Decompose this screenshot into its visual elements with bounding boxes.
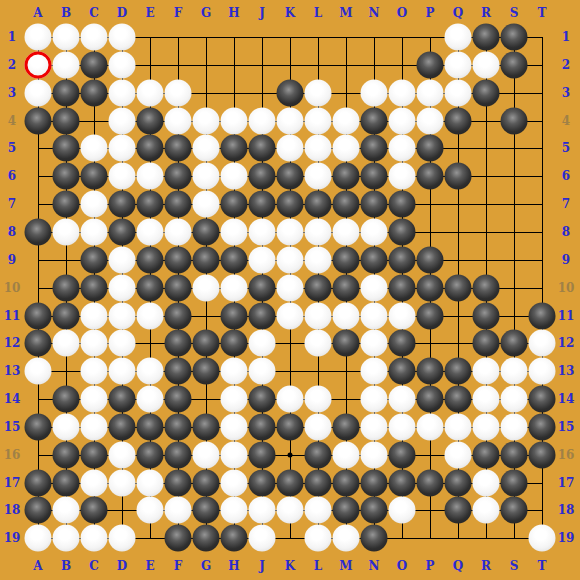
stone-black[interactable] bbox=[445, 386, 472, 413]
stone-white[interactable] bbox=[473, 413, 500, 440]
stone-white[interactable] bbox=[389, 107, 416, 134]
coord-label-left: 9 bbox=[8, 254, 16, 266]
stone-white[interactable] bbox=[333, 525, 360, 552]
stone-black[interactable] bbox=[165, 191, 192, 218]
stone-white[interactable] bbox=[81, 302, 108, 329]
stone-white[interactable] bbox=[333, 302, 360, 329]
stone-white[interactable] bbox=[221, 441, 248, 468]
stone-white[interactable] bbox=[445, 51, 472, 78]
stone-white[interactable] bbox=[305, 135, 332, 162]
stone-white[interactable] bbox=[137, 358, 164, 385]
coord-label-right: 12 bbox=[558, 337, 575, 349]
coord-label-right: 16 bbox=[558, 449, 575, 461]
stone-black[interactable] bbox=[81, 274, 108, 301]
stone-white[interactable] bbox=[81, 386, 108, 413]
stone-white[interactable] bbox=[109, 24, 136, 51]
coord-label-top: J bbox=[259, 7, 265, 19]
stone-white[interactable] bbox=[305, 413, 332, 440]
stone-white[interactable] bbox=[109, 330, 136, 357]
stone-white[interactable] bbox=[221, 386, 248, 413]
coord-label-right: 14 bbox=[558, 393, 575, 405]
stone-white[interactable] bbox=[277, 218, 304, 245]
stone-black[interactable] bbox=[361, 246, 388, 273]
stone-black[interactable] bbox=[53, 191, 80, 218]
stone-black[interactable] bbox=[249, 469, 276, 496]
stone-white[interactable] bbox=[109, 107, 136, 134]
stone-black[interactable] bbox=[417, 51, 444, 78]
coord-label-top: P bbox=[425, 7, 434, 19]
stone-white[interactable] bbox=[53, 497, 80, 524]
stone-black[interactable] bbox=[137, 107, 164, 134]
stone-black[interactable] bbox=[193, 330, 220, 357]
stone-black[interactable] bbox=[25, 107, 52, 134]
stone-white[interactable] bbox=[277, 386, 304, 413]
stone-white[interactable] bbox=[165, 497, 192, 524]
stone-black[interactable] bbox=[361, 525, 388, 552]
stone-black[interactable] bbox=[53, 163, 80, 190]
stone-black[interactable] bbox=[165, 358, 192, 385]
stone-white[interactable] bbox=[81, 24, 108, 51]
stone-white[interactable] bbox=[277, 107, 304, 134]
stone-white[interactable] bbox=[53, 218, 80, 245]
stone-black[interactable] bbox=[389, 330, 416, 357]
stone-black[interactable] bbox=[81, 246, 108, 273]
stone-black[interactable] bbox=[25, 497, 52, 524]
stone-white[interactable] bbox=[361, 413, 388, 440]
stone-white[interactable] bbox=[81, 191, 108, 218]
stone-black[interactable] bbox=[81, 163, 108, 190]
stone-black[interactable] bbox=[389, 469, 416, 496]
stone-white[interactable] bbox=[249, 218, 276, 245]
stone-black[interactable] bbox=[361, 191, 388, 218]
stone-white[interactable] bbox=[81, 413, 108, 440]
stone-black[interactable] bbox=[445, 497, 472, 524]
stone-black[interactable] bbox=[249, 135, 276, 162]
stone-black[interactable] bbox=[109, 386, 136, 413]
stone-white[interactable] bbox=[417, 107, 444, 134]
stone-black[interactable] bbox=[417, 358, 444, 385]
stone-white[interactable] bbox=[109, 469, 136, 496]
stone-black[interactable] bbox=[53, 302, 80, 329]
stone-black[interactable] bbox=[25, 330, 52, 357]
stone-white[interactable] bbox=[249, 525, 276, 552]
stone-white[interactable] bbox=[109, 274, 136, 301]
stone-white[interactable] bbox=[277, 135, 304, 162]
stone-white[interactable] bbox=[137, 79, 164, 106]
stone-black[interactable] bbox=[277, 413, 304, 440]
stone-black[interactable] bbox=[137, 441, 164, 468]
stone-white[interactable] bbox=[221, 358, 248, 385]
stone-black[interactable] bbox=[389, 191, 416, 218]
stone-white[interactable] bbox=[165, 218, 192, 245]
stone-black[interactable] bbox=[137, 413, 164, 440]
coord-label-bottom: T bbox=[538, 560, 547, 572]
stone-black[interactable] bbox=[445, 107, 472, 134]
stone-black[interactable] bbox=[165, 441, 192, 468]
stone-white[interactable] bbox=[389, 497, 416, 524]
stone-white[interactable] bbox=[81, 218, 108, 245]
stone-white[interactable] bbox=[109, 525, 136, 552]
stone-white[interactable] bbox=[305, 302, 332, 329]
stone-black[interactable] bbox=[137, 246, 164, 273]
stone-black[interactable] bbox=[361, 107, 388, 134]
stone-white[interactable] bbox=[53, 24, 80, 51]
stone-white[interactable] bbox=[25, 525, 52, 552]
stone-white[interactable] bbox=[305, 163, 332, 190]
stone-black[interactable] bbox=[389, 218, 416, 245]
stone-black[interactable] bbox=[333, 246, 360, 273]
stone-white[interactable] bbox=[137, 469, 164, 496]
stone-black[interactable] bbox=[25, 413, 52, 440]
coord-label-right: 19 bbox=[558, 532, 575, 544]
stone-black[interactable] bbox=[249, 302, 276, 329]
stone-black[interactable] bbox=[473, 24, 500, 51]
stone-white[interactable] bbox=[25, 358, 52, 385]
stone-white[interactable] bbox=[221, 163, 248, 190]
stone-black[interactable] bbox=[333, 191, 360, 218]
stone-white[interactable] bbox=[109, 358, 136, 385]
stone-white[interactable] bbox=[221, 218, 248, 245]
stone-white[interactable] bbox=[361, 79, 388, 106]
stone-black[interactable] bbox=[389, 441, 416, 468]
stone-white[interactable] bbox=[193, 135, 220, 162]
stone-white[interactable] bbox=[109, 246, 136, 273]
stone-black[interactable] bbox=[361, 469, 388, 496]
stone-black[interactable] bbox=[109, 191, 136, 218]
stone-black[interactable] bbox=[501, 24, 528, 51]
stone-white[interactable] bbox=[361, 358, 388, 385]
stone-white[interactable] bbox=[473, 497, 500, 524]
coord-label-top: G bbox=[201, 7, 211, 19]
stone-black[interactable] bbox=[333, 497, 360, 524]
stone-black[interactable] bbox=[277, 191, 304, 218]
stone-black[interactable] bbox=[53, 107, 80, 134]
stone-black[interactable] bbox=[417, 302, 444, 329]
stone-black[interactable] bbox=[249, 274, 276, 301]
stone-white[interactable] bbox=[109, 135, 136, 162]
stone-black[interactable] bbox=[333, 330, 360, 357]
coord-label-bottom: B bbox=[61, 560, 71, 572]
stone-black[interactable] bbox=[305, 469, 332, 496]
stone-white[interactable] bbox=[305, 79, 332, 106]
stone-black[interactable] bbox=[165, 135, 192, 162]
stone-black[interactable] bbox=[277, 163, 304, 190]
stone-white[interactable] bbox=[109, 79, 136, 106]
stone-black[interactable] bbox=[361, 497, 388, 524]
stone-white[interactable] bbox=[109, 441, 136, 468]
stone-black[interactable] bbox=[137, 274, 164, 301]
stone-black[interactable] bbox=[501, 469, 528, 496]
stone-black[interactable] bbox=[165, 469, 192, 496]
stone-black[interactable] bbox=[445, 163, 472, 190]
stone-black[interactable] bbox=[81, 497, 108, 524]
stone-black[interactable] bbox=[501, 330, 528, 357]
stone-black[interactable] bbox=[473, 79, 500, 106]
stone-white[interactable] bbox=[221, 274, 248, 301]
stone-white[interactable] bbox=[389, 386, 416, 413]
stone-white[interactable] bbox=[249, 358, 276, 385]
coord-label-bottom: Q bbox=[453, 560, 463, 572]
stone-black[interactable] bbox=[333, 274, 360, 301]
stone-white[interactable] bbox=[473, 469, 500, 496]
stone-black[interactable] bbox=[277, 469, 304, 496]
stone-black[interactable] bbox=[333, 469, 360, 496]
stone-black[interactable] bbox=[25, 302, 52, 329]
stone-white[interactable] bbox=[417, 413, 444, 440]
stone-black[interactable] bbox=[277, 79, 304, 106]
stone-black[interactable] bbox=[53, 469, 80, 496]
stone-white[interactable] bbox=[137, 386, 164, 413]
stone-black[interactable] bbox=[417, 246, 444, 273]
stone-black[interactable] bbox=[221, 191, 248, 218]
stone-white[interactable] bbox=[473, 386, 500, 413]
stone-black[interactable] bbox=[249, 191, 276, 218]
stone-white[interactable] bbox=[305, 497, 332, 524]
stone-black[interactable] bbox=[81, 51, 108, 78]
coord-label-left: 13 bbox=[4, 365, 21, 377]
stone-white[interactable] bbox=[473, 51, 500, 78]
stone-white[interactable] bbox=[501, 358, 528, 385]
stone-white[interactable] bbox=[137, 497, 164, 524]
stone-white[interactable] bbox=[361, 330, 388, 357]
coord-label-left: 8 bbox=[8, 226, 16, 238]
stone-black[interactable] bbox=[137, 191, 164, 218]
stone-white[interactable] bbox=[81, 358, 108, 385]
stone-white[interactable] bbox=[221, 497, 248, 524]
stone-white[interactable] bbox=[473, 358, 500, 385]
stone-black[interactable] bbox=[53, 441, 80, 468]
stone-black[interactable] bbox=[193, 525, 220, 552]
stone-black[interactable] bbox=[529, 413, 556, 440]
stone-black[interactable] bbox=[445, 274, 472, 301]
stone-white[interactable] bbox=[25, 24, 52, 51]
stone-white[interactable] bbox=[53, 51, 80, 78]
stone-black[interactable] bbox=[473, 302, 500, 329]
coord-label-right: 11 bbox=[558, 310, 575, 322]
stone-white[interactable] bbox=[417, 79, 444, 106]
stone-white[interactable] bbox=[389, 79, 416, 106]
stone-black[interactable] bbox=[473, 330, 500, 357]
stone-black[interactable] bbox=[221, 302, 248, 329]
stone-black[interactable] bbox=[165, 246, 192, 273]
stone-black[interactable] bbox=[221, 246, 248, 273]
stone-white[interactable] bbox=[193, 107, 220, 134]
stone-black[interactable] bbox=[389, 358, 416, 385]
stone-white[interactable] bbox=[81, 469, 108, 496]
stone-white[interactable] bbox=[305, 386, 332, 413]
stone-black[interactable] bbox=[333, 413, 360, 440]
coord-label-bottom: K bbox=[285, 560, 295, 572]
stone-black[interactable] bbox=[529, 386, 556, 413]
stone-white[interactable] bbox=[193, 191, 220, 218]
stone-black[interactable] bbox=[25, 469, 52, 496]
stone-black[interactable] bbox=[501, 497, 528, 524]
stone-black[interactable] bbox=[529, 441, 556, 468]
stone-black[interactable] bbox=[333, 163, 360, 190]
stone-white[interactable] bbox=[53, 525, 80, 552]
stone-white[interactable] bbox=[193, 441, 220, 468]
stone-white[interactable] bbox=[25, 79, 52, 106]
stone-white[interactable] bbox=[361, 386, 388, 413]
stone-black[interactable] bbox=[193, 358, 220, 385]
stone-black[interactable] bbox=[221, 525, 248, 552]
stone-black[interactable] bbox=[445, 469, 472, 496]
stone-black[interactable] bbox=[501, 107, 528, 134]
stone-black[interactable] bbox=[361, 135, 388, 162]
stone-white[interactable] bbox=[81, 525, 108, 552]
stone-white[interactable] bbox=[361, 218, 388, 245]
stone-black[interactable] bbox=[221, 135, 248, 162]
stone-white[interactable] bbox=[109, 51, 136, 78]
stone-white[interactable] bbox=[389, 163, 416, 190]
stone-white[interactable] bbox=[333, 441, 360, 468]
stone-white[interactable] bbox=[193, 163, 220, 190]
stone-black[interactable] bbox=[249, 441, 276, 468]
stone-black[interactable] bbox=[193, 469, 220, 496]
stone-black[interactable] bbox=[193, 497, 220, 524]
stone-white[interactable] bbox=[501, 413, 528, 440]
stone-black[interactable] bbox=[53, 79, 80, 106]
coord-label-left: 15 bbox=[4, 421, 21, 433]
stone-black[interactable] bbox=[249, 413, 276, 440]
stone-black[interactable] bbox=[53, 386, 80, 413]
stone-black[interactable] bbox=[53, 274, 80, 301]
stone-black[interactable] bbox=[305, 274, 332, 301]
stone-black[interactable] bbox=[361, 163, 388, 190]
stone-black[interactable] bbox=[165, 525, 192, 552]
stone-black[interactable] bbox=[417, 469, 444, 496]
stone-white[interactable] bbox=[445, 413, 472, 440]
stone-white[interactable] bbox=[333, 218, 360, 245]
stone-black[interactable] bbox=[193, 218, 220, 245]
stone-white[interactable] bbox=[81, 135, 108, 162]
stone-white[interactable] bbox=[277, 246, 304, 273]
stone-white[interactable] bbox=[249, 246, 276, 273]
stone-white[interactable] bbox=[277, 274, 304, 301]
stone-white[interactable] bbox=[445, 441, 472, 468]
stone-white[interactable] bbox=[165, 79, 192, 106]
stone-black[interactable] bbox=[417, 274, 444, 301]
stone-white[interactable] bbox=[501, 386, 528, 413]
stone-black[interactable] bbox=[529, 302, 556, 329]
stone-white[interactable] bbox=[305, 218, 332, 245]
stone-white[interactable] bbox=[81, 330, 108, 357]
stone-white[interactable] bbox=[529, 330, 556, 357]
stone-white[interactable] bbox=[361, 302, 388, 329]
star-point bbox=[288, 452, 293, 457]
stone-black[interactable] bbox=[249, 386, 276, 413]
stone-black[interactable] bbox=[501, 51, 528, 78]
stone-black[interactable] bbox=[445, 358, 472, 385]
stone-white[interactable] bbox=[277, 497, 304, 524]
stone-black[interactable] bbox=[473, 441, 500, 468]
coord-label-top: S bbox=[510, 7, 519, 19]
coord-label-bottom: E bbox=[145, 560, 154, 572]
stone-white[interactable] bbox=[137, 163, 164, 190]
stone-white[interactable] bbox=[445, 24, 472, 51]
stone-black[interactable] bbox=[417, 163, 444, 190]
stone-white[interactable] bbox=[361, 274, 388, 301]
coord-label-top: M bbox=[339, 7, 352, 19]
stone-black[interactable] bbox=[193, 246, 220, 273]
stone-white[interactable] bbox=[249, 497, 276, 524]
coord-label-top: R bbox=[481, 7, 491, 19]
stone-white[interactable] bbox=[529, 358, 556, 385]
stone-white[interactable] bbox=[137, 218, 164, 245]
stone-black[interactable] bbox=[305, 191, 332, 218]
stone-black[interactable] bbox=[81, 441, 108, 468]
stone-white[interactable] bbox=[221, 469, 248, 496]
stone-black[interactable] bbox=[417, 135, 444, 162]
stone-white[interactable] bbox=[53, 330, 80, 357]
stone-black[interactable] bbox=[501, 441, 528, 468]
coord-label-top: K bbox=[285, 7, 295, 19]
stone-black[interactable] bbox=[305, 441, 332, 468]
stone-black[interactable] bbox=[473, 274, 500, 301]
stone-black[interactable] bbox=[109, 413, 136, 440]
stone-black[interactable] bbox=[165, 274, 192, 301]
stone-white[interactable] bbox=[165, 107, 192, 134]
stone-black[interactable] bbox=[165, 330, 192, 357]
stone-white[interactable] bbox=[249, 107, 276, 134]
stone-black[interactable] bbox=[25, 218, 52, 245]
stone-white[interactable] bbox=[389, 413, 416, 440]
stone-white[interactable] bbox=[529, 525, 556, 552]
stone-white[interactable] bbox=[193, 274, 220, 301]
stone-white[interactable] bbox=[249, 330, 276, 357]
stone-black[interactable] bbox=[417, 386, 444, 413]
stone-white[interactable] bbox=[109, 302, 136, 329]
go-app-screen: AABBCCDDEEFFGGHHJJKKLLMMNNOOPPQQRRSSTT11… bbox=[0, 0, 580, 580]
stone-white[interactable] bbox=[389, 302, 416, 329]
stone-black[interactable] bbox=[137, 135, 164, 162]
stone-white[interactable] bbox=[53, 413, 80, 440]
coord-label-right: 4 bbox=[562, 115, 570, 127]
stone-black[interactable] bbox=[165, 302, 192, 329]
stone-white[interactable] bbox=[333, 107, 360, 134]
coord-label-left: 10 bbox=[4, 282, 21, 294]
stone-white[interactable] bbox=[305, 107, 332, 134]
stone-black[interactable] bbox=[165, 163, 192, 190]
stone-black[interactable] bbox=[165, 386, 192, 413]
stone-white[interactable] bbox=[221, 413, 248, 440]
stone-black[interactable] bbox=[53, 135, 80, 162]
stone-white[interactable] bbox=[445, 79, 472, 106]
stone-black[interactable] bbox=[389, 246, 416, 273]
stone-white[interactable] bbox=[389, 135, 416, 162]
stone-black[interactable] bbox=[249, 163, 276, 190]
stone-black[interactable] bbox=[221, 330, 248, 357]
stone-white[interactable] bbox=[221, 107, 248, 134]
stone-white[interactable] bbox=[361, 441, 388, 468]
stone-black[interactable] bbox=[389, 274, 416, 301]
coord-label-top: N bbox=[369, 7, 380, 19]
stone-black[interactable] bbox=[109, 218, 136, 245]
stone-black[interactable] bbox=[193, 413, 220, 440]
stone-black[interactable] bbox=[165, 413, 192, 440]
stone-white[interactable] bbox=[277, 302, 304, 329]
stone-white[interactable] bbox=[305, 525, 332, 552]
stone-white[interactable] bbox=[137, 302, 164, 329]
coord-label-left: 12 bbox=[4, 337, 21, 349]
coord-label-left: 18 bbox=[4, 504, 21, 516]
stone-white[interactable] bbox=[305, 330, 332, 357]
stone-white[interactable] bbox=[109, 163, 136, 190]
stone-white[interactable] bbox=[305, 246, 332, 273]
go-board[interactable]: AABBCCDDEEFFGGHHJJKKLLMMNNOOPPQQRRSSTT11… bbox=[0, 0, 580, 580]
stone-black[interactable] bbox=[81, 79, 108, 106]
stone-white[interactable] bbox=[333, 135, 360, 162]
